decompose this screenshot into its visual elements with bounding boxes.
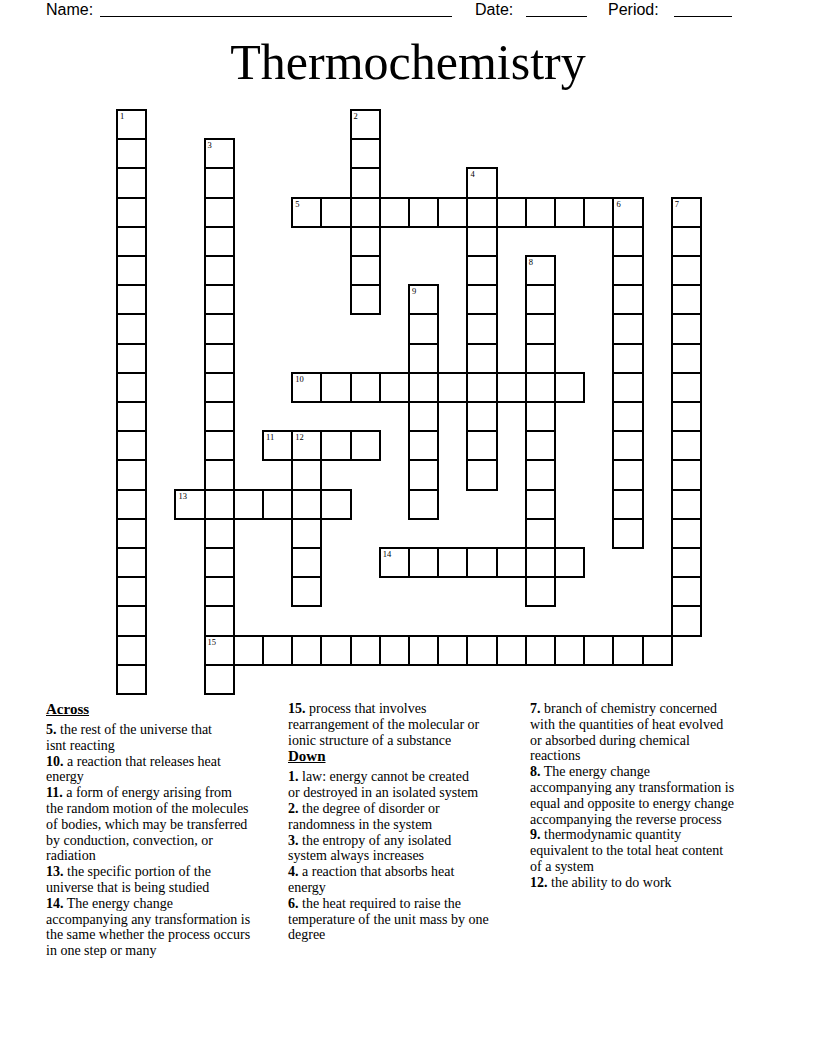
clue-number-label: 6. (288, 896, 299, 911)
grid-cell[interactable] (116, 635, 147, 666)
grid-cell[interactable] (466, 430, 497, 461)
grid-cell[interactable] (408, 430, 439, 461)
grid-cell[interactable]: 5 (291, 197, 322, 228)
grid-cell[interactable] (437, 635, 468, 666)
grid-cell[interactable] (671, 576, 702, 607)
grid-cell[interactable] (525, 197, 556, 228)
grid-cell[interactable] (204, 401, 235, 432)
grid-cell[interactable] (525, 547, 556, 578)
grid-cell[interactable] (379, 197, 410, 228)
grid-cell[interactable] (204, 605, 235, 636)
grid-cell[interactable]: 9 (408, 284, 439, 315)
grid-cell[interactable] (204, 430, 235, 461)
grid-cell[interactable] (554, 197, 585, 228)
clue-number-label: 3. (288, 833, 299, 848)
grid-cell[interactable] (262, 489, 293, 520)
grid-cell[interactable] (583, 635, 614, 666)
clue-down-7: 7. branch of chemistry concerned with th… (530, 701, 770, 764)
clue-number: 10 (295, 374, 304, 384)
grid-cell[interactable] (116, 430, 147, 461)
grid-cell[interactable] (437, 197, 468, 228)
down-clue-list-continued: 7. branch of chemistry concerned with th… (530, 701, 770, 891)
grid-cell[interactable] (437, 547, 468, 578)
grid-cell[interactable] (496, 372, 527, 403)
grid-cell[interactable] (204, 664, 235, 695)
grid-cell[interactable] (204, 547, 235, 578)
clue-across-14: 14. The energy change accompanying any t… (46, 896, 286, 959)
grid-cell[interactable]: 3 (204, 138, 235, 169)
grid-cell[interactable] (204, 226, 235, 257)
clues-column-3: 7. branch of chemistry concerned with th… (530, 701, 770, 959)
grid-cell[interactable] (262, 635, 293, 666)
grid-cell[interactable] (204, 372, 235, 403)
grid-cell[interactable] (116, 284, 147, 315)
grid-cell[interactable] (320, 197, 351, 228)
grid-cell[interactable] (291, 635, 322, 666)
grid-cell[interactable] (116, 167, 147, 198)
clue-number: 2 (354, 111, 358, 121)
grid-cell[interactable] (379, 372, 410, 403)
grid-cell[interactable] (350, 255, 381, 286)
grid-cell[interactable] (612, 459, 643, 490)
grid-cell[interactable] (671, 605, 702, 636)
grid-cell[interactable] (466, 284, 497, 315)
clue-number: 3 (208, 140, 212, 150)
grid-cell[interactable]: 15 (204, 635, 235, 666)
grid-cell[interactable] (116, 547, 147, 578)
clue-number: 1 (120, 111, 124, 121)
down-clue-list: 1. law: energy cannot be created or dest… (288, 769, 528, 943)
clue-down-8: 8. The energy change accompanying any tr… (530, 764, 770, 827)
clue-number-label: 2. (288, 801, 299, 816)
clue-number-label: 14. (46, 896, 64, 911)
clue-number: 12 (295, 432, 304, 442)
grid-cell[interactable] (350, 226, 381, 257)
grid-cell[interactable] (525, 430, 556, 461)
page-title: Thermochemistry (0, 33, 816, 91)
grid-cell[interactable] (466, 547, 497, 578)
clue-number: 14 (383, 549, 392, 559)
clue-across-15: 15. process that involves rearrangement … (288, 701, 528, 748)
grid-cell[interactable] (291, 489, 322, 520)
grid-cell[interactable]: 12 (291, 430, 322, 461)
grid-cell[interactable] (408, 547, 439, 578)
date-label: Date: (475, 1, 513, 19)
grid-cell[interactable] (116, 197, 147, 228)
grid-cell[interactable] (350, 284, 381, 315)
clue-down-4: 4. a reaction that absorbs heat energy (288, 864, 528, 896)
grid-cell[interactable] (116, 518, 147, 549)
grid-cell[interactable]: 2 (350, 109, 381, 140)
clue-number: 4 (470, 169, 474, 179)
grid-cell[interactable] (525, 459, 556, 490)
grid-cell[interactable] (466, 197, 497, 228)
across-heading: Across (46, 701, 286, 717)
clue-number: 13 (178, 491, 187, 501)
clues-section: Across 5. the rest of the universe that … (46, 701, 772, 959)
grid-cell[interactable] (350, 430, 381, 461)
clue-across-11: 11. a form of energy arising from the ra… (46, 785, 286, 864)
grid-cell[interactable] (320, 489, 351, 520)
grid-cell[interactable] (612, 255, 643, 286)
grid-cell[interactable] (204, 489, 235, 520)
grid-cell[interactable] (612, 372, 643, 403)
grid-cell[interactable] (204, 518, 235, 549)
grid-cell[interactable] (408, 372, 439, 403)
grid-cell[interactable] (671, 284, 702, 315)
grid-cell[interactable] (204, 167, 235, 198)
clue-number-label: 11. (46, 785, 63, 800)
grid-cell[interactable] (116, 489, 147, 520)
grid-cell[interactable] (466, 255, 497, 286)
grid-cell[interactable] (408, 401, 439, 432)
grid-cell[interactable] (671, 430, 702, 461)
date-blank[interactable] (526, 1, 587, 17)
clue-across-5: 5. the rest of the universe that isnt re… (46, 722, 286, 754)
grid-cell[interactable] (408, 459, 439, 490)
period-blank[interactable] (674, 1, 732, 17)
grid-cell[interactable] (525, 489, 556, 520)
grid-cell[interactable] (671, 372, 702, 403)
clue-number-label: 5. (46, 722, 57, 737)
clue-number: 7 (675, 199, 679, 209)
grid-cell[interactable] (350, 167, 381, 198)
clues-column-1: Across 5. the rest of the universe that … (46, 701, 286, 959)
grid-cell[interactable] (612, 313, 643, 344)
grid-cell[interactable] (466, 459, 497, 490)
grid-cell[interactable] (612, 284, 643, 315)
worksheet-header: Name: Date: Period: (0, 1, 816, 23)
clue-down-9: 9. thermodynamic quantity equivalent to … (530, 827, 770, 874)
grid-cell[interactable] (612, 489, 643, 520)
clue-down-2: 2. the degree of disorder or randomness … (288, 801, 528, 833)
grid-cell[interactable] (525, 372, 556, 403)
name-blank[interactable] (100, 1, 452, 17)
grid-cell[interactable] (466, 226, 497, 257)
grid-cell[interactable] (554, 635, 585, 666)
clue-number-label: 4. (288, 864, 299, 879)
grid-cell[interactable] (204, 255, 235, 286)
grid-cell[interactable] (116, 576, 147, 607)
grid-cell[interactable] (408, 489, 439, 520)
clue-number-label: 1. (288, 769, 299, 784)
clues-column-2: 15. process that involves rearrangement … (288, 701, 528, 959)
grid-cell[interactable] (116, 138, 147, 169)
clue-number-label: 10. (46, 754, 64, 769)
grid-cell[interactable] (116, 226, 147, 257)
grid-cell[interactable] (233, 635, 264, 666)
clue-number-label: 9. (530, 827, 541, 842)
grid-cell[interactable] (291, 459, 322, 490)
clue-down-1: 1. law: energy cannot be created or dest… (288, 769, 528, 801)
grid-cell[interactable] (408, 635, 439, 666)
grid-cell[interactable] (612, 226, 643, 257)
grid-cell[interactable]: 1 (116, 109, 147, 140)
grid-cell[interactable] (642, 635, 673, 666)
across-clue-list: 5. the rest of the universe that isnt re… (46, 722, 286, 959)
grid-cell[interactable] (466, 401, 497, 432)
grid-cell[interactable] (204, 459, 235, 490)
grid-cell[interactable] (350, 372, 381, 403)
grid-cell[interactable] (408, 197, 439, 228)
worksheet-page: { "game": "crossword", "title": "Thermoc… (0, 0, 816, 1056)
clue-number-label: 12. (530, 875, 548, 890)
grid-cell[interactable] (379, 635, 410, 666)
grid-cell[interactable] (437, 372, 468, 403)
grid-cell[interactable] (496, 635, 527, 666)
grid-cell[interactable] (496, 547, 527, 578)
grid-cell[interactable] (612, 430, 643, 461)
period-label: Period: (608, 1, 659, 19)
grid-cell[interactable] (408, 343, 439, 374)
grid-cell[interactable] (671, 459, 702, 490)
name-label: Name: (46, 1, 93, 19)
clue-number: 9 (412, 286, 416, 296)
grid-cell[interactable] (671, 489, 702, 520)
grid-cell[interactable] (612, 401, 643, 432)
grid-cell[interactable] (116, 313, 147, 344)
clue-down-3: 3. the entropy of any isolated system al… (288, 833, 528, 865)
grid-cell[interactable]: 6 (612, 197, 643, 228)
down-heading: Down (288, 748, 528, 764)
grid-cell[interactable]: 10 (291, 372, 322, 403)
grid-cell[interactable] (204, 343, 235, 374)
grid-cell[interactable] (525, 576, 556, 607)
grid-cell[interactable] (116, 401, 147, 432)
grid-cell[interactable] (350, 138, 381, 169)
grid-cell[interactable] (116, 343, 147, 374)
grid-cell[interactable] (554, 547, 585, 578)
clue-number-label: 8. (530, 764, 541, 779)
clue-down-6: 6. the heat required to raise the temper… (288, 896, 528, 943)
grid-cell[interactable] (116, 372, 147, 403)
grid-cell[interactable] (525, 518, 556, 549)
grid-cell[interactable] (320, 430, 351, 461)
clue-across-10: 10. a reaction that releases heat energy (46, 754, 286, 786)
clue-number-label: 7. (530, 701, 541, 716)
grid-cell[interactable] (233, 489, 264, 520)
grid-cell[interactable] (671, 226, 702, 257)
crossword-grid: 123456789101112131415 (116, 109, 702, 695)
grid-cell[interactable] (525, 284, 556, 315)
clue-across-13: 13. the specific portion of the universe… (46, 864, 286, 896)
grid-cell[interactable] (291, 547, 322, 578)
grid-cell[interactable] (466, 343, 497, 374)
grid-cell[interactable]: 13 (174, 489, 205, 520)
grid-cell[interactable] (408, 313, 439, 344)
grid-cell[interactable] (525, 635, 556, 666)
grid-cell[interactable] (291, 576, 322, 607)
grid-cell[interactable] (204, 284, 235, 315)
grid-cell[interactable] (612, 518, 643, 549)
grid-cell[interactable] (116, 664, 147, 695)
grid-cell[interactable] (116, 459, 147, 490)
grid-cell[interactable] (320, 635, 351, 666)
grid-cell[interactable] (671, 518, 702, 549)
across-clue-list-continued: 15. process that involves rearrangement … (288, 701, 528, 748)
clue-down-12: 12. the ability to do work (530, 875, 770, 891)
clue-number-label: 13. (46, 864, 64, 879)
grid-cell[interactable]: 14 (379, 547, 410, 578)
grid-cell[interactable] (466, 372, 497, 403)
clue-number: 11 (266, 432, 274, 442)
grid-cell[interactable] (525, 343, 556, 374)
grid-cell[interactable] (204, 313, 235, 344)
grid-cell[interactable] (116, 255, 147, 286)
clue-number: 15 (208, 637, 217, 647)
grid-cell[interactable]: 7 (671, 197, 702, 228)
grid-cell[interactable] (320, 372, 351, 403)
grid-cell[interactable] (612, 635, 643, 666)
grid-cell[interactable] (612, 343, 643, 374)
grid-cell[interactable]: 8 (525, 255, 556, 286)
grid-cell[interactable]: 4 (466, 167, 497, 198)
clue-number: 8 (529, 257, 533, 267)
grid-cell[interactable] (671, 401, 702, 432)
grid-cell[interactable] (291, 518, 322, 549)
grid-cell[interactable] (671, 343, 702, 374)
grid-cell[interactable] (116, 605, 147, 636)
grid-cell[interactable] (671, 547, 702, 578)
grid-cell[interactable] (350, 635, 381, 666)
grid-cell[interactable]: 11 (262, 430, 293, 461)
clue-number: 6 (616, 199, 620, 209)
grid-cell[interactable] (204, 197, 235, 228)
clue-number: 5 (295, 199, 299, 209)
grid-cell[interactable] (525, 401, 556, 432)
grid-cell[interactable] (554, 372, 585, 403)
grid-cell[interactable] (525, 313, 556, 344)
grid-cell[interactable] (466, 313, 497, 344)
grid-cell[interactable] (466, 635, 497, 666)
grid-cell[interactable] (671, 255, 702, 286)
grid-cell[interactable] (350, 197, 381, 228)
clue-number-label: 15. (288, 701, 306, 716)
grid-cell[interactable] (671, 313, 702, 344)
grid-cell[interactable] (583, 197, 614, 228)
grid-cell[interactable] (496, 197, 527, 228)
grid-cell[interactable] (204, 576, 235, 607)
